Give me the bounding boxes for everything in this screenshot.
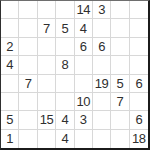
grid-cell[interactable] — [130, 38, 148, 56]
grid-cell[interactable] — [38, 38, 56, 56]
clue-number: 6 — [98, 40, 105, 53]
grid-cell[interactable] — [111, 111, 129, 129]
grid-cell[interactable] — [38, 130, 56, 148]
clue-number: 6 — [135, 77, 142, 90]
grid-cell: 18 — [130, 130, 148, 148]
grid-cell[interactable] — [111, 1, 129, 19]
grid-cell[interactable] — [56, 38, 74, 56]
grid-cell[interactable] — [56, 93, 74, 111]
grid-cell[interactable] — [19, 38, 37, 56]
grid-cell[interactable] — [19, 56, 37, 74]
clue-number: 6 — [135, 113, 142, 126]
grid-cell: 4 — [75, 19, 93, 37]
clue-number: 4 — [61, 132, 68, 145]
clue-number: 6 — [80, 40, 87, 53]
grid-cell: 15 — [38, 111, 56, 129]
clue-number: 2 — [6, 40, 13, 53]
grid-cell[interactable] — [38, 75, 56, 93]
grid-cell: 1 — [1, 130, 19, 148]
grid-cell[interactable] — [19, 19, 37, 37]
grid-cell[interactable] — [56, 75, 74, 93]
grid-cell: 7 — [19, 75, 37, 93]
grid-cell[interactable] — [93, 111, 111, 129]
grid-cell[interactable] — [38, 93, 56, 111]
grid-cell[interactable] — [19, 93, 37, 111]
grid-cell[interactable] — [75, 75, 93, 93]
grid-cell: 6 — [130, 75, 148, 93]
clue-number: 15 — [40, 113, 53, 126]
grid-cell[interactable] — [130, 1, 148, 19]
grid-cell[interactable] — [111, 130, 129, 148]
grid-cell[interactable] — [130, 93, 148, 111]
grid-cell[interactable] — [111, 56, 129, 74]
grid-cell[interactable] — [56, 1, 74, 19]
grid-cell: 7 — [38, 19, 56, 37]
grid-cell[interactable] — [111, 38, 129, 56]
clue-number: 19 — [95, 77, 108, 90]
grid-cell: 4 — [56, 130, 74, 148]
grid-cell[interactable] — [1, 75, 19, 93]
grid-cell: 6 — [75, 38, 93, 56]
grid-cell: 8 — [56, 56, 74, 74]
grid-cell: 5 — [111, 75, 129, 93]
grid-cell[interactable] — [93, 19, 111, 37]
clue-number: 4 — [80, 22, 87, 35]
grid-cell: 5 — [56, 19, 74, 37]
clue-number: 14 — [76, 3, 89, 16]
grid-cell: 5 — [1, 111, 19, 129]
grid-cell[interactable] — [38, 56, 56, 74]
grid-cell: 7 — [111, 93, 129, 111]
grid-cell: 3 — [93, 1, 111, 19]
grid-cell: 4 — [1, 56, 19, 74]
clue-number: 10 — [76, 95, 89, 108]
grid-cell[interactable] — [75, 56, 93, 74]
clue-number: 8 — [61, 58, 68, 71]
grid-cell[interactable] — [93, 56, 111, 74]
puzzle-board: 14375426648719561075154361418 — [0, 0, 150, 150]
grid-cell[interactable] — [75, 130, 93, 148]
clue-number: 1 — [6, 132, 13, 145]
grid-cell: 19 — [93, 75, 111, 93]
grid-cell: 6 — [93, 38, 111, 56]
clue-number: 3 — [80, 113, 87, 126]
clue-number: 4 — [6, 58, 13, 71]
grid-cell: 6 — [130, 111, 148, 129]
grid-cell[interactable] — [1, 93, 19, 111]
grid-cell[interactable] — [130, 56, 148, 74]
grid-cell: 10 — [75, 93, 93, 111]
clue-number: 7 — [43, 22, 50, 35]
grid-cell[interactable] — [19, 1, 37, 19]
grid-cell: 14 — [75, 1, 93, 19]
grid-cell[interactable] — [1, 19, 19, 37]
clue-number: 7 — [117, 95, 124, 108]
clue-number: 18 — [132, 132, 145, 145]
grid-cell: 2 — [1, 38, 19, 56]
clue-number: 4 — [61, 113, 68, 126]
grid-cell[interactable] — [38, 1, 56, 19]
clue-number: 5 — [61, 22, 68, 35]
grid-cell: 4 — [56, 111, 74, 129]
clue-number: 3 — [98, 3, 105, 16]
grid-cell: 3 — [75, 111, 93, 129]
grid-cell[interactable] — [19, 130, 37, 148]
grid-cell[interactable] — [93, 130, 111, 148]
grid-cell[interactable] — [19, 111, 37, 129]
clue-number: 7 — [25, 77, 32, 90]
grid-cell[interactable] — [130, 19, 148, 37]
grid-cell[interactable] — [111, 19, 129, 37]
grid-cell[interactable] — [93, 93, 111, 111]
clue-number: 5 — [6, 113, 13, 126]
grid-cell[interactable] — [1, 1, 19, 19]
clue-number: 5 — [117, 77, 124, 90]
